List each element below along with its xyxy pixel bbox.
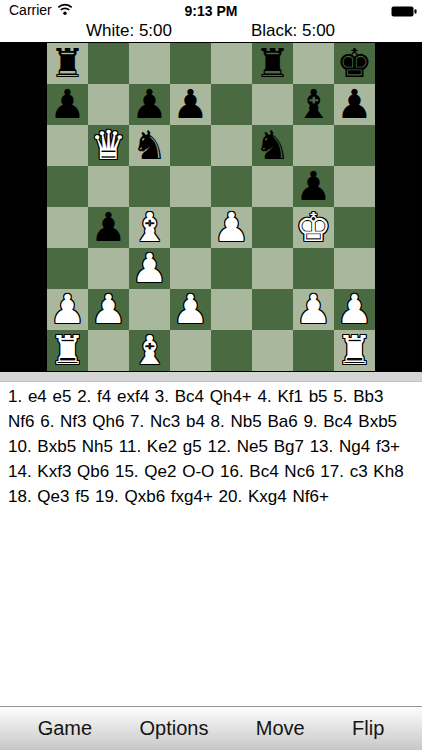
white-rook[interactable]: ♜: [47, 330, 88, 371]
square-e3[interactable]: [211, 248, 252, 289]
square-f1[interactable]: [252, 330, 293, 371]
square-a3[interactable]: [47, 248, 88, 289]
white-king[interactable]: ♚: [293, 207, 334, 248]
black-pawn[interactable]: ♟: [129, 84, 170, 125]
square-h5[interactable]: [334, 166, 375, 207]
square-g2[interactable]: ♟: [293, 289, 334, 330]
black-clock: Black: 5:00: [211, 21, 375, 41]
square-a8[interactable]: ♜: [47, 43, 88, 84]
white-pawn[interactable]: ♟: [47, 289, 88, 330]
square-e2[interactable]: [211, 289, 252, 330]
white-pawn[interactable]: ♟: [211, 207, 252, 248]
white-pawn[interactable]: ♟: [334, 289, 375, 330]
square-a1[interactable]: ♜: [47, 330, 88, 371]
square-e7[interactable]: [211, 84, 252, 125]
square-b7[interactable]: [88, 84, 129, 125]
square-f6[interactable]: ♞: [252, 125, 293, 166]
square-d8[interactable]: [170, 43, 211, 84]
square-b4[interactable]: ♟: [88, 207, 129, 248]
white-pawn[interactable]: ♟: [129, 248, 170, 289]
square-e6[interactable]: [211, 125, 252, 166]
board-bottom-strip: [0, 372, 422, 382]
square-h4[interactable]: [334, 207, 375, 248]
square-h8[interactable]: ♚: [334, 43, 375, 84]
square-h1[interactable]: ♜: [334, 330, 375, 371]
black-knight[interactable]: ♞: [252, 125, 293, 166]
app-screen: Carrier 9:13 PM White: 5:00 Black: 5:00 …: [0, 0, 422, 750]
square-b8[interactable]: [88, 43, 129, 84]
square-b6[interactable]: ♛: [88, 125, 129, 166]
status-bar: Carrier 9:13 PM: [0, 0, 422, 20]
black-pawn[interactable]: ♟: [334, 84, 375, 125]
square-h7[interactable]: ♟: [334, 84, 375, 125]
square-e1[interactable]: [211, 330, 252, 371]
square-h3[interactable]: [334, 248, 375, 289]
clock-time: 9:13 PM: [0, 3, 422, 19]
white-pawn[interactable]: ♟: [170, 289, 211, 330]
square-a7[interactable]: ♟: [47, 84, 88, 125]
square-g8[interactable]: [293, 43, 334, 84]
square-d6[interactable]: [170, 125, 211, 166]
square-g5[interactable]: ♟: [293, 166, 334, 207]
square-c5[interactable]: [129, 166, 170, 207]
white-clock: White: 5:00: [47, 21, 211, 41]
square-f2[interactable]: [252, 289, 293, 330]
square-c7[interactable]: ♟: [129, 84, 170, 125]
square-f5[interactable]: [252, 166, 293, 207]
square-a6[interactable]: [47, 125, 88, 166]
black-knight[interactable]: ♞: [129, 125, 170, 166]
move-button[interactable]: Move: [250, 713, 311, 744]
black-rook[interactable]: ♜: [47, 43, 88, 84]
battery-icon: [391, 4, 417, 20]
square-d4[interactable]: [170, 207, 211, 248]
square-a4[interactable]: [47, 207, 88, 248]
white-pawn[interactable]: ♟: [293, 289, 334, 330]
square-h2[interactable]: ♟: [334, 289, 375, 330]
square-a2[interactable]: ♟: [47, 289, 88, 330]
square-f7[interactable]: [252, 84, 293, 125]
black-bishop[interactable]: ♝: [293, 84, 334, 125]
square-d1[interactable]: [170, 330, 211, 371]
move-list[interactable]: 1. e4 e5 2. f4 exf4 3. Bc4 Qh4+ 4. Kf1 b…: [0, 384, 422, 509]
square-c3[interactable]: ♟: [129, 248, 170, 289]
square-h6[interactable]: [334, 125, 375, 166]
white-bishop[interactable]: ♝: [129, 330, 170, 371]
black-king[interactable]: ♚: [334, 43, 375, 84]
square-e5[interactable]: [211, 166, 252, 207]
square-g6[interactable]: [293, 125, 334, 166]
flip-button[interactable]: Flip: [346, 713, 390, 744]
square-a5[interactable]: [47, 166, 88, 207]
bottom-toolbar: Game Options Move Flip: [0, 706, 422, 750]
square-c1[interactable]: ♝: [129, 330, 170, 371]
options-button[interactable]: Options: [134, 713, 215, 744]
white-rook[interactable]: ♜: [334, 330, 375, 371]
black-pawn[interactable]: ♟: [88, 207, 129, 248]
square-g7[interactable]: ♝: [293, 84, 334, 125]
square-f4[interactable]: [252, 207, 293, 248]
white-pawn[interactable]: ♟: [88, 289, 129, 330]
chess-board[interactable]: ♜♜♚♟♟♟♝♟♛♞♞♟♟♝♟♚♟♟♟♟♟♟♜♝♜: [47, 43, 375, 371]
square-c6[interactable]: ♞: [129, 125, 170, 166]
board-area: ♜♜♚♟♟♟♝♟♛♞♞♟♟♝♟♚♟♟♟♟♟♟♜♝♜: [0, 42, 422, 372]
square-c4[interactable]: ♝: [129, 207, 170, 248]
square-f3[interactable]: [252, 248, 293, 289]
black-pawn[interactable]: ♟: [170, 84, 211, 125]
square-d3[interactable]: [170, 248, 211, 289]
white-bishop[interactable]: ♝: [129, 207, 170, 248]
square-d2[interactable]: ♟: [170, 289, 211, 330]
square-d7[interactable]: ♟: [170, 84, 211, 125]
black-pawn[interactable]: ♟: [293, 166, 334, 207]
black-rook[interactable]: ♜: [252, 43, 293, 84]
square-g1[interactable]: [293, 330, 334, 371]
square-b5[interactable]: [88, 166, 129, 207]
chess-clocks: White: 5:00 Black: 5:00: [0, 20, 422, 42]
square-b2[interactable]: ♟: [88, 289, 129, 330]
square-e4[interactable]: ♟: [211, 207, 252, 248]
moves-text: 1. e4 e5 2. f4 exf4 3. Bc4 Qh4+ 4. Kf1 b…: [8, 387, 404, 506]
square-b1[interactable]: [88, 330, 129, 371]
game-button[interactable]: Game: [32, 713, 98, 744]
black-pawn[interactable]: ♟: [47, 84, 88, 125]
square-c8[interactable]: [129, 43, 170, 84]
square-g4[interactable]: ♚: [293, 207, 334, 248]
square-b3[interactable]: [88, 248, 129, 289]
square-g3[interactable]: [293, 248, 334, 289]
white-queen[interactable]: ♛: [88, 125, 129, 166]
square-f8[interactable]: ♜: [252, 43, 293, 84]
square-d5[interactable]: [170, 166, 211, 207]
square-e8[interactable]: [211, 43, 252, 84]
square-c2[interactable]: [129, 289, 170, 330]
